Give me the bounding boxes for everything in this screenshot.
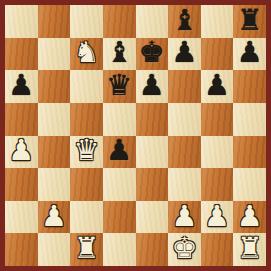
chess-board: ♝♜♞♝♚♟♟♟♛♟♟♟♛♟♟♟♟♟♜♚♜ xyxy=(5,5,266,266)
square-g7[interactable] xyxy=(201,38,234,71)
square-d5[interactable] xyxy=(103,103,136,136)
square-e6[interactable]: ♟ xyxy=(136,70,169,103)
square-c7[interactable]: ♞ xyxy=(70,38,103,71)
square-c1[interactable]: ♜ xyxy=(70,233,103,266)
square-g4[interactable] xyxy=(201,136,234,169)
square-b1[interactable] xyxy=(38,233,71,266)
chess-board-frame: ♝♜♞♝♚♟♟♟♛♟♟♟♛♟♟♟♟♟♜♚♜ xyxy=(0,0,271,271)
square-c5[interactable] xyxy=(70,103,103,136)
piece-black-pawn[interactable]: ♟ xyxy=(8,71,34,100)
square-g3[interactable] xyxy=(201,168,234,201)
piece-white-king[interactable]: ♚ xyxy=(171,234,197,263)
square-g5[interactable] xyxy=(201,103,234,136)
square-e5[interactable] xyxy=(136,103,169,136)
square-f1[interactable]: ♚ xyxy=(168,233,201,266)
piece-white-pawn[interactable]: ♟ xyxy=(204,202,230,231)
square-c8[interactable] xyxy=(70,5,103,38)
square-b3[interactable] xyxy=(38,168,71,201)
square-a5[interactable] xyxy=(5,103,38,136)
piece-black-bishop[interactable]: ♝ xyxy=(171,6,197,35)
piece-black-king[interactable]: ♚ xyxy=(139,38,165,67)
piece-white-pawn[interactable]: ♟ xyxy=(171,202,197,231)
square-h1[interactable]: ♜ xyxy=(233,233,266,266)
square-d4[interactable]: ♟ xyxy=(103,136,136,169)
square-e2[interactable] xyxy=(136,201,169,234)
square-d1[interactable] xyxy=(103,233,136,266)
piece-white-rook[interactable]: ♜ xyxy=(74,234,100,263)
square-c2[interactable] xyxy=(70,201,103,234)
square-b4[interactable] xyxy=(38,136,71,169)
piece-white-queen[interactable]: ♛ xyxy=(74,136,100,165)
square-c4[interactable]: ♛ xyxy=(70,136,103,169)
square-a7[interactable] xyxy=(5,38,38,71)
square-a1[interactable] xyxy=(5,233,38,266)
square-b5[interactable] xyxy=(38,103,71,136)
piece-black-pawn[interactable]: ♟ xyxy=(171,38,197,67)
piece-white-rook[interactable]: ♜ xyxy=(237,234,263,263)
square-a8[interactable] xyxy=(5,5,38,38)
piece-black-rook[interactable]: ♜ xyxy=(237,6,263,35)
piece-black-pawn[interactable]: ♟ xyxy=(106,136,132,165)
square-d6[interactable]: ♛ xyxy=(103,70,136,103)
square-b7[interactable] xyxy=(38,38,71,71)
piece-black-pawn[interactable]: ♟ xyxy=(204,71,230,100)
square-a4[interactable]: ♟ xyxy=(5,136,38,169)
square-f2[interactable]: ♟ xyxy=(168,201,201,234)
square-a6[interactable]: ♟ xyxy=(5,70,38,103)
square-g8[interactable] xyxy=(201,5,234,38)
square-a2[interactable] xyxy=(5,201,38,234)
square-h2[interactable]: ♟ xyxy=(233,201,266,234)
square-f6[interactable] xyxy=(168,70,201,103)
square-h4[interactable] xyxy=(233,136,266,169)
square-h5[interactable] xyxy=(233,103,266,136)
square-b6[interactable] xyxy=(38,70,71,103)
square-h7[interactable]: ♟ xyxy=(233,38,266,71)
piece-white-pawn[interactable]: ♟ xyxy=(237,202,263,231)
square-b2[interactable]: ♟ xyxy=(38,201,71,234)
square-d7[interactable]: ♝ xyxy=(103,38,136,71)
piece-black-bishop[interactable]: ♝ xyxy=(106,38,132,67)
square-d8[interactable] xyxy=(103,5,136,38)
square-e1[interactable] xyxy=(136,233,169,266)
square-h3[interactable] xyxy=(233,168,266,201)
piece-black-queen[interactable]: ♛ xyxy=(106,71,132,100)
square-g6[interactable]: ♟ xyxy=(201,70,234,103)
square-g2[interactable]: ♟ xyxy=(201,201,234,234)
square-f3[interactable] xyxy=(168,168,201,201)
square-e7[interactable]: ♚ xyxy=(136,38,169,71)
square-g1[interactable] xyxy=(201,233,234,266)
square-c6[interactable] xyxy=(70,70,103,103)
piece-white-pawn[interactable]: ♟ xyxy=(8,136,34,165)
square-f8[interactable]: ♝ xyxy=(168,5,201,38)
square-c3[interactable] xyxy=(70,168,103,201)
square-e8[interactable] xyxy=(136,5,169,38)
square-d3[interactable] xyxy=(103,168,136,201)
square-f5[interactable] xyxy=(168,103,201,136)
square-e3[interactable] xyxy=(136,168,169,201)
square-f4[interactable] xyxy=(168,136,201,169)
piece-white-pawn[interactable]: ♟ xyxy=(41,202,67,231)
piece-black-pawn[interactable]: ♟ xyxy=(139,71,165,100)
square-a3[interactable] xyxy=(5,168,38,201)
square-b8[interactable] xyxy=(38,5,71,38)
square-e4[interactable] xyxy=(136,136,169,169)
piece-black-pawn[interactable]: ♟ xyxy=(237,38,263,67)
square-f7[interactable]: ♟ xyxy=(168,38,201,71)
square-d2[interactable] xyxy=(103,201,136,234)
square-h8[interactable]: ♜ xyxy=(233,5,266,38)
square-h6[interactable] xyxy=(233,70,266,103)
piece-white-knight[interactable]: ♞ xyxy=(74,38,100,67)
